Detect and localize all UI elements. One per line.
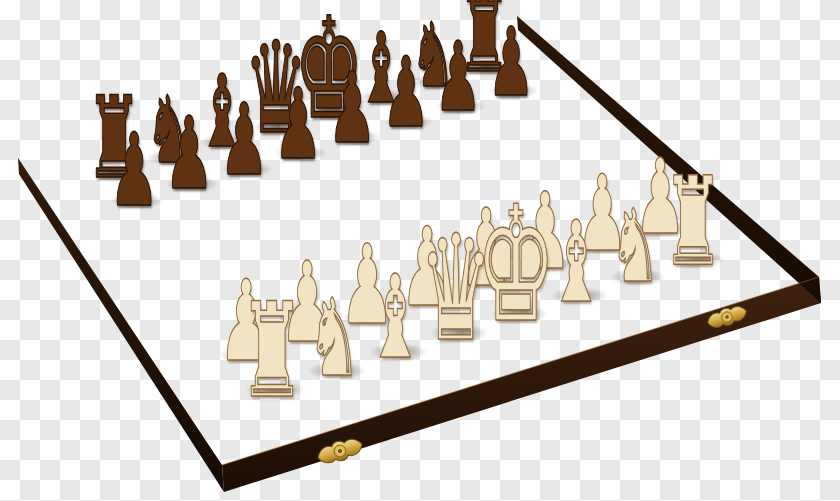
chess-set-photo: AABBCCDDEEFFGGHH8877665544332211 ♜♞♝♛♚♝♞… bbox=[0, 0, 840, 501]
white-rook-glyph: ♜ bbox=[239, 284, 305, 415]
pieces-layer: ♜♞♝♛♚♝♞♜♟♟♟♟♟♟♟♟♟♟♟♟♟♟♟♟♜♞♝♛♚♝♞♜ bbox=[0, 0, 840, 501]
black-pawn-glyph: ♟ bbox=[109, 120, 160, 221]
piece-black-pawn[interactable]: ♟ bbox=[89, 120, 180, 221]
piece-white-rook[interactable]: ♜ bbox=[213, 284, 330, 415]
